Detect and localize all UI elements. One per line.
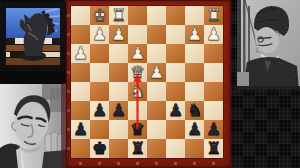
square-a8[interactable]: ♜ [204,139,223,158]
white-rook: ♜ [204,6,223,25]
screenshot-root: ♚♜♜♟♟♟♟♟♟♛♟♞♟♟♟♞♟♛♟♟♚♜♜ [0,0,300,168]
square-g6[interactable]: ♟ [90,101,109,120]
square-d2[interactable] [147,25,166,44]
white-queen: ♛ [128,63,147,82]
square-c2[interactable] [166,25,185,44]
square-e7[interactable]: ♛ [128,120,147,139]
square-b4[interactable] [185,63,204,82]
square-a6[interactable] [204,101,223,120]
knight-icon [0,0,66,84]
square-c6[interactable]: ♟ [166,101,185,120]
square-c4[interactable] [166,63,185,82]
white-pawn: ♟ [90,25,109,44]
square-g4[interactable] [90,63,109,82]
square-f6[interactable]: ♟ [109,101,128,120]
square-b2[interactable]: ♟ [185,25,204,44]
right-column [231,0,300,168]
white-pawn: ♟ [128,44,147,63]
square-d5[interactable] [147,82,166,101]
square-b7[interactable]: ♟ [185,120,204,139]
square-f3[interactable] [109,44,128,63]
square-g2[interactable]: ♟ [90,25,109,44]
black-pawn: ♟ [166,101,185,120]
black-rook: ♜ [128,139,147,158]
square-h5[interactable] [71,82,90,101]
square-d7[interactable] [147,120,166,139]
square-f7[interactable] [109,120,128,139]
white-pawn: ♟ [109,25,128,44]
left-player-photo [0,84,66,168]
square-h4[interactable] [71,63,90,82]
square-b1[interactable] [185,6,204,25]
square-e3[interactable]: ♟ [128,44,147,63]
square-a4[interactable] [204,63,223,82]
black-knight: ♞ [185,101,204,120]
square-b3[interactable] [185,44,204,63]
left-column [0,0,66,168]
knight-logo-tile [0,0,66,84]
square-f2[interactable]: ♟ [109,25,128,44]
chess-board-frame: ♚♜♜♟♟♟♟♟♟♛♟♞♟♟♟♞♟♛♟♟♚♜♜ [66,0,231,168]
square-a1[interactable]: ♜ [204,6,223,25]
square-g1[interactable]: ♚ [90,6,109,25]
square-a3[interactable] [204,44,223,63]
white-pawn: ♟ [185,25,204,44]
white-pawn: ♟ [204,25,223,44]
square-e5[interactable]: ♞ [128,82,147,101]
square-f8[interactable] [109,139,128,158]
square-e1[interactable] [128,6,147,25]
square-g7[interactable] [90,120,109,139]
square-e8[interactable]: ♜ [128,139,147,158]
square-h3[interactable]: ♟ [71,44,90,63]
square-d4[interactable]: ♟ [147,63,166,82]
square-g8[interactable]: ♚ [90,139,109,158]
white-knight: ♞ [128,82,147,101]
square-c5[interactable] [166,82,185,101]
white-pawn: ♟ [147,63,166,82]
square-c8[interactable] [166,139,185,158]
square-e6[interactable] [128,101,147,120]
square-a2[interactable]: ♟ [204,25,223,44]
white-rook: ♜ [109,6,128,25]
white-pawn: ♟ [71,44,90,63]
black-king: ♚ [90,139,109,158]
white-king: ♚ [90,6,109,25]
black-pawn: ♟ [109,101,128,120]
square-f1[interactable]: ♜ [109,6,128,25]
square-e4[interactable]: ♛ [128,63,147,82]
square-g5[interactable] [90,82,109,101]
square-h7[interactable]: ♟ [71,120,90,139]
square-e2[interactable] [128,25,147,44]
square-h8[interactable] [71,139,90,158]
square-f5[interactable] [109,82,128,101]
right-player-photo [237,0,300,90]
square-d8[interactable] [147,139,166,158]
chess-board[interactable]: ♚♜♜♟♟♟♟♟♟♛♟♞♟♟♟♞♟♛♟♟♚♜♜ [71,6,223,158]
square-b8[interactable] [185,139,204,158]
square-b6[interactable]: ♞ [185,101,204,120]
black-pawn: ♟ [185,120,204,139]
square-d3[interactable] [147,44,166,63]
black-pawn: ♟ [204,120,223,139]
black-pawn: ♟ [71,120,90,139]
black-pawn: ♟ [90,101,109,120]
square-a5[interactable] [204,82,223,101]
square-b5[interactable] [185,82,204,101]
square-d1[interactable] [147,6,166,25]
black-rook: ♜ [204,139,223,158]
black-queen: ♛ [128,120,147,139]
square-c1[interactable] [166,6,185,25]
square-a7[interactable]: ♟ [204,120,223,139]
square-h2[interactable] [71,25,90,44]
square-h6[interactable] [71,101,90,120]
square-d6[interactable] [147,101,166,120]
square-f4[interactable] [109,63,128,82]
square-h1[interactable] [71,6,90,25]
square-c3[interactable] [166,44,185,63]
square-c7[interactable] [166,120,185,139]
square-g3[interactable] [90,44,109,63]
